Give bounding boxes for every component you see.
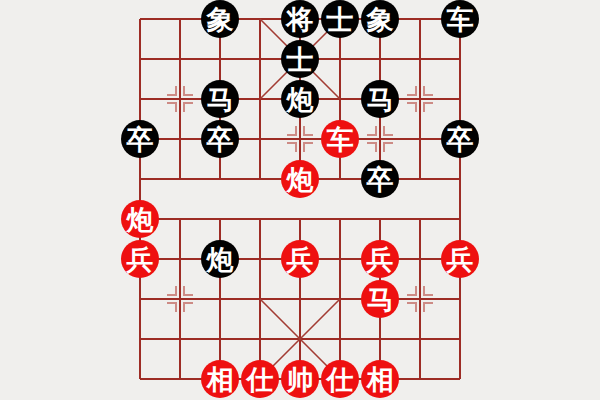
piece-black-soldier[interactable]: 卒 — [361, 160, 399, 198]
piece-red-elephant[interactable]: 相 — [361, 360, 399, 398]
piece-black-general[interactable]: 将 — [281, 0, 319, 38]
piece-black-advisor[interactable]: 士 — [281, 40, 319, 78]
piece-red-soldier[interactable]: 兵 — [121, 240, 159, 278]
piece-red-rook[interactable]: 车 — [321, 120, 359, 158]
piece-black-soldier[interactable]: 卒 — [441, 120, 479, 158]
xiangqi-board: 象将士象车士马炮马卒卒车卒炮卒炮兵炮兵兵兵马相仕帅仕相 — [0, 0, 600, 400]
piece-red-soldier[interactable]: 兵 — [361, 240, 399, 278]
piece-black-horse[interactable]: 马 — [201, 80, 239, 118]
piece-black-soldier[interactable]: 卒 — [121, 120, 159, 158]
piece-red-cannon[interactable]: 炮 — [121, 200, 159, 238]
piece-red-horse[interactable]: 马 — [361, 280, 399, 318]
piece-red-advisor[interactable]: 仕 — [241, 360, 279, 398]
piece-black-rook[interactable]: 车 — [441, 0, 479, 38]
piece-black-elephant[interactable]: 象 — [201, 0, 239, 38]
piece-black-advisor[interactable]: 士 — [321, 0, 359, 38]
piece-red-advisor[interactable]: 仕 — [321, 360, 359, 398]
piece-red-elephant[interactable]: 相 — [201, 360, 239, 398]
piece-red-general[interactable]: 帅 — [281, 360, 319, 398]
piece-black-horse[interactable]: 马 — [361, 80, 399, 118]
piece-red-soldier[interactable]: 兵 — [281, 240, 319, 278]
piece-black-cannon[interactable]: 炮 — [281, 80, 319, 118]
piece-red-cannon[interactable]: 炮 — [281, 160, 319, 198]
board-pieces: 象将士象车士马炮马卒卒车卒炮卒炮兵炮兵兵兵马相仕帅仕相 — [0, 0, 600, 400]
piece-black-cannon[interactable]: 炮 — [201, 240, 239, 278]
piece-black-elephant[interactable]: 象 — [361, 0, 399, 38]
piece-black-soldier[interactable]: 卒 — [201, 120, 239, 158]
piece-red-soldier[interactable]: 兵 — [441, 240, 479, 278]
